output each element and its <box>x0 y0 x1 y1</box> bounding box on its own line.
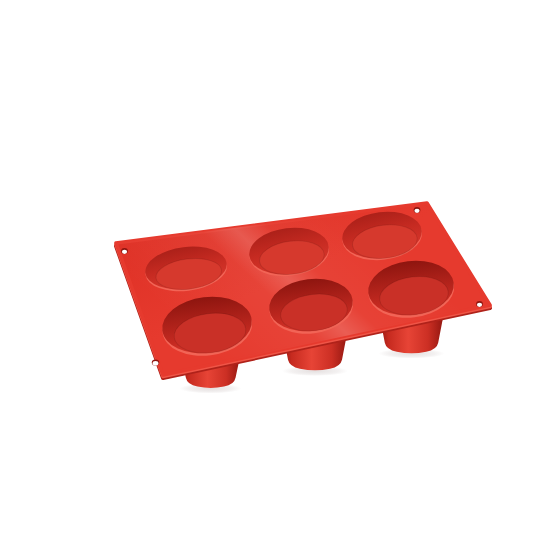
hole-opening <box>414 209 419 213</box>
product-image <box>40 16 533 533</box>
hole-opening <box>153 361 159 366</box>
hanging-hole-left <box>121 248 128 254</box>
hole-opening <box>122 250 127 254</box>
hole-opening <box>477 303 482 307</box>
hanging-hole-bottom <box>152 359 159 365</box>
hanging-hole-right <box>476 301 483 307</box>
product-photo: Red silicone six-cup muffin baking mold … <box>40 16 533 533</box>
hanging-hole-top <box>414 207 421 213</box>
